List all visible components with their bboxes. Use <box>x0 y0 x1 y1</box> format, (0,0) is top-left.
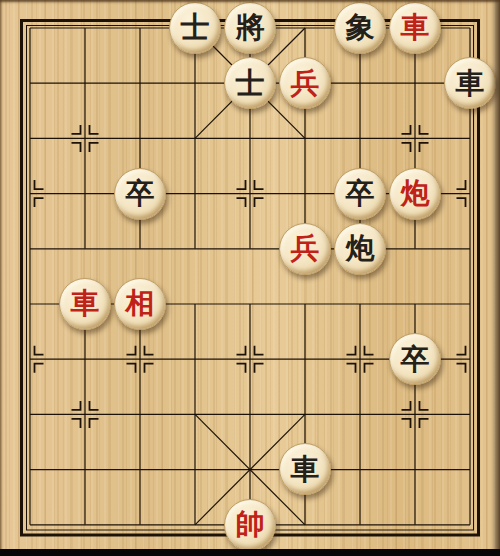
piece-black-soldier[interactable]: 卒 <box>114 168 166 220</box>
piece-red-chariot[interactable]: 車 <box>389 2 441 54</box>
piece-red-chariot[interactable]: 車 <box>59 278 111 330</box>
piece-black-general[interactable]: 將 <box>224 2 276 54</box>
piece-red-elephant[interactable]: 相 <box>114 278 166 330</box>
piece-black-advisor[interactable]: 士 <box>224 57 276 109</box>
piece-black-soldier[interactable]: 卒 <box>389 333 441 385</box>
piece-red-soldier[interactable]: 兵 <box>279 57 331 109</box>
piece-black-soldier[interactable]: 卒 <box>334 168 386 220</box>
piece-black-chariot[interactable]: 車 <box>279 443 331 495</box>
piece-black-advisor[interactable]: 士 <box>169 2 221 54</box>
piece-red-general[interactable]: 帥 <box>224 499 276 551</box>
piece-black-cannon[interactable]: 炮 <box>334 223 386 275</box>
piece-red-cannon[interactable]: 炮 <box>389 168 441 220</box>
xiangqi-board: 士將象車士兵車卒卒炮兵炮車相卒車帥 <box>0 0 500 556</box>
pieces-layer: 士將象車士兵車卒卒炮兵炮車相卒車帥 <box>3 0 498 552</box>
piece-red-soldier[interactable]: 兵 <box>279 223 331 275</box>
piece-black-elephant[interactable]: 象 <box>334 2 386 54</box>
piece-black-chariot[interactable]: 車 <box>444 57 496 109</box>
table-edge <box>0 549 500 556</box>
